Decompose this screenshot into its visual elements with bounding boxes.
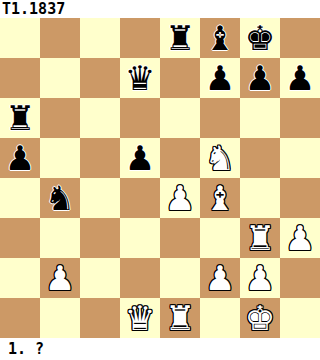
white-queen-d1[interactable]: ♛ [125,298,155,338]
square-f8[interactable]: ♝ [200,18,240,58]
chess-puzzle-window: T1.1837 ♜♝♚♛♟♟♟♜♟♟♞♞♟♝♜♟♟♟♟♛♜♚ 1. ? [0,0,320,360]
white-pawn-f2[interactable]: ♟ [205,258,235,298]
square-e3[interactable] [160,218,200,258]
square-g2[interactable]: ♟ [240,258,280,298]
black-pawn-h7[interactable]: ♟ [285,58,315,98]
square-f4[interactable]: ♝ [200,178,240,218]
square-a8[interactable] [0,18,40,58]
white-pawn-b2[interactable]: ♟ [45,258,75,298]
square-f1[interactable] [200,298,240,338]
square-h1[interactable] [280,298,320,338]
move-prompt: 1. ? [0,338,320,360]
white-king-g1[interactable]: ♚ [245,298,275,338]
square-c1[interactable] [80,298,120,338]
square-d6[interactable] [120,98,160,138]
square-g3[interactable]: ♜ [240,218,280,258]
square-a5[interactable]: ♟ [0,138,40,178]
square-g6[interactable] [240,98,280,138]
white-rook-e1[interactable]: ♜ [165,298,195,338]
square-h3[interactable]: ♟ [280,218,320,258]
square-h6[interactable] [280,98,320,138]
square-c3[interactable] [80,218,120,258]
square-f5[interactable]: ♞ [200,138,240,178]
black-knight-b4[interactable]: ♞ [45,178,75,218]
square-a3[interactable] [0,218,40,258]
black-pawn-d5[interactable]: ♟ [125,138,155,178]
square-e2[interactable] [160,258,200,298]
square-h2[interactable] [280,258,320,298]
square-g8[interactable]: ♚ [240,18,280,58]
square-a2[interactable] [0,258,40,298]
square-d5[interactable]: ♟ [120,138,160,178]
square-c4[interactable] [80,178,120,218]
square-h7[interactable]: ♟ [280,58,320,98]
square-b5[interactable] [40,138,80,178]
square-f6[interactable] [200,98,240,138]
black-bishop-f8[interactable]: ♝ [205,18,235,58]
white-pawn-h3[interactable]: ♟ [285,218,315,258]
square-a1[interactable] [0,298,40,338]
square-c5[interactable] [80,138,120,178]
square-e5[interactable] [160,138,200,178]
square-c7[interactable] [80,58,120,98]
square-b3[interactable] [40,218,80,258]
puzzle-title: T1.1837 [0,0,320,18]
square-f7[interactable]: ♟ [200,58,240,98]
white-rook-g3[interactable]: ♜ [245,218,275,258]
square-g4[interactable] [240,178,280,218]
square-e6[interactable] [160,98,200,138]
square-d2[interactable] [120,258,160,298]
square-d7[interactable]: ♛ [120,58,160,98]
square-d1[interactable]: ♛ [120,298,160,338]
chess-board: ♜♝♚♛♟♟♟♜♟♟♞♞♟♝♜♟♟♟♟♛♜♚ [0,18,320,338]
square-b6[interactable] [40,98,80,138]
square-d3[interactable] [120,218,160,258]
white-knight-f5[interactable]: ♞ [205,138,235,178]
square-e8[interactable]: ♜ [160,18,200,58]
square-a4[interactable] [0,178,40,218]
square-g7[interactable]: ♟ [240,58,280,98]
square-c6[interactable] [80,98,120,138]
square-e1[interactable]: ♜ [160,298,200,338]
square-b8[interactable] [40,18,80,58]
black-pawn-f7[interactable]: ♟ [205,58,235,98]
square-f3[interactable] [200,218,240,258]
black-rook-a6[interactable]: ♜ [5,98,35,138]
square-h8[interactable] [280,18,320,58]
square-b2[interactable]: ♟ [40,258,80,298]
square-e4[interactable]: ♟ [160,178,200,218]
square-c8[interactable] [80,18,120,58]
square-a7[interactable] [0,58,40,98]
white-pawn-e4[interactable]: ♟ [165,178,195,218]
square-g1[interactable]: ♚ [240,298,280,338]
square-d8[interactable] [120,18,160,58]
black-queen-d7[interactable]: ♛ [125,58,155,98]
square-a6[interactable]: ♜ [0,98,40,138]
white-bishop-f4[interactable]: ♝ [205,178,235,218]
square-g5[interactable] [240,138,280,178]
square-f2[interactable]: ♟ [200,258,240,298]
white-pawn-g2[interactable]: ♟ [245,258,275,298]
square-b7[interactable] [40,58,80,98]
black-pawn-g7[interactable]: ♟ [245,58,275,98]
black-king-g8[interactable]: ♚ [245,18,275,58]
black-pawn-a5[interactable]: ♟ [5,138,35,178]
square-d4[interactable] [120,178,160,218]
black-rook-e8[interactable]: ♜ [165,18,195,58]
square-b4[interactable]: ♞ [40,178,80,218]
square-h5[interactable] [280,138,320,178]
square-h4[interactable] [280,178,320,218]
square-e7[interactable] [160,58,200,98]
square-b1[interactable] [40,298,80,338]
square-c2[interactable] [80,258,120,298]
